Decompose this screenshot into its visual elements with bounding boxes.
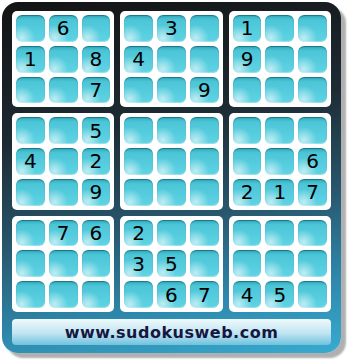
cell-r2c1[interactable]: 1 xyxy=(16,46,45,73)
sudoku-box-8: 23567 xyxy=(120,216,222,312)
cell-r4c8[interactable] xyxy=(265,117,294,144)
cell-r5c6[interactable] xyxy=(190,148,219,175)
cell-r5c8[interactable] xyxy=(265,148,294,175)
cell-r1c6[interactable] xyxy=(190,15,219,42)
cell-r8c5[interactable]: 5 xyxy=(157,250,186,277)
cell-r2c3[interactable]: 8 xyxy=(82,46,111,73)
cell-r9c8[interactable]: 5 xyxy=(265,281,294,308)
cell-r8c4[interactable]: 3 xyxy=(124,250,153,277)
cell-r8c9[interactable] xyxy=(298,250,327,277)
cell-r7c7[interactable] xyxy=(233,220,262,247)
cell-r7c6[interactable] xyxy=(190,220,219,247)
cell-r8c3[interactable] xyxy=(82,250,111,277)
sudoku-box-7: 76 xyxy=(12,216,114,312)
cell-r4c7[interactable] xyxy=(233,117,262,144)
cell-r9c3[interactable] xyxy=(82,281,111,308)
cell-r2c6[interactable] xyxy=(190,46,219,73)
cell-r3c5[interactable] xyxy=(157,77,186,104)
cell-r7c5[interactable] xyxy=(157,220,186,247)
sudoku-box-5 xyxy=(120,113,222,209)
website-link[interactable]: www.sudokusweb.com xyxy=(65,323,279,342)
cell-r6c9[interactable]: 7 xyxy=(298,179,327,206)
cell-r6c5[interactable] xyxy=(157,179,186,206)
cell-r3c8[interactable] xyxy=(265,77,294,104)
cell-r2c5[interactable] xyxy=(157,46,186,73)
sudoku-box-2: 349 xyxy=(120,11,222,107)
cell-r1c8[interactable] xyxy=(265,15,294,42)
cell-r6c2[interactable] xyxy=(49,179,78,206)
cell-r5c3[interactable]: 2 xyxy=(82,148,111,175)
cell-r5c7[interactable] xyxy=(233,148,262,175)
cell-r7c9[interactable] xyxy=(298,220,327,247)
cell-r1c5[interactable]: 3 xyxy=(157,15,186,42)
cell-r8c2[interactable] xyxy=(49,250,78,277)
cell-r7c4[interactable]: 2 xyxy=(124,220,153,247)
cell-r2c9[interactable] xyxy=(298,46,327,73)
cell-r5c5[interactable] xyxy=(157,148,186,175)
cell-r7c2[interactable]: 7 xyxy=(49,220,78,247)
cell-r7c3[interactable]: 6 xyxy=(82,220,111,247)
cell-r2c8[interactable] xyxy=(265,46,294,73)
cell-r5c2[interactable] xyxy=(49,148,78,175)
cell-r2c7[interactable]: 9 xyxy=(233,46,262,73)
cell-r4c5[interactable] xyxy=(157,117,186,144)
cell-r4c3[interactable]: 5 xyxy=(82,117,111,144)
cell-r4c4[interactable] xyxy=(124,117,153,144)
cell-r4c6[interactable] xyxy=(190,117,219,144)
cell-r5c1[interactable]: 4 xyxy=(16,148,45,175)
cell-r9c2[interactable] xyxy=(49,281,78,308)
cell-r3c9[interactable] xyxy=(298,77,327,104)
cell-r3c7[interactable] xyxy=(233,77,262,104)
cell-r3c4[interactable] xyxy=(124,77,153,104)
cell-r7c8[interactable] xyxy=(265,220,294,247)
cell-r6c4[interactable] xyxy=(124,179,153,206)
cell-r8c1[interactable] xyxy=(16,250,45,277)
cell-r1c3[interactable] xyxy=(82,15,111,42)
cell-r3c3[interactable]: 7 xyxy=(82,77,111,104)
cell-r7c1[interactable] xyxy=(16,220,45,247)
sudoku-frame: 61873491954296217762356745 www.sudokuswe… xyxy=(2,2,341,353)
cell-r1c9[interactable] xyxy=(298,15,327,42)
footer-banner: www.sudokusweb.com xyxy=(12,319,331,345)
cell-r9c4[interactable] xyxy=(124,281,153,308)
cell-r9c1[interactable] xyxy=(16,281,45,308)
cell-r4c2[interactable] xyxy=(49,117,78,144)
cell-r6c1[interactable] xyxy=(16,179,45,206)
cell-r9c9[interactable] xyxy=(298,281,327,308)
cell-r9c5[interactable]: 6 xyxy=(157,281,186,308)
cell-r4c9[interactable] xyxy=(298,117,327,144)
sudoku-box-9: 45 xyxy=(229,216,331,312)
cell-r1c2[interactable]: 6 xyxy=(49,15,78,42)
cell-r3c1[interactable] xyxy=(16,77,45,104)
cell-r2c2[interactable] xyxy=(49,46,78,73)
cell-r8c6[interactable] xyxy=(190,250,219,277)
cell-r3c2[interactable] xyxy=(49,77,78,104)
cell-r9c7[interactable]: 4 xyxy=(233,281,262,308)
cell-r1c4[interactable] xyxy=(124,15,153,42)
sudoku-board: 61873491954296217762356745 xyxy=(12,11,331,312)
cell-r5c9[interactable]: 6 xyxy=(298,148,327,175)
sudoku-box-1: 6187 xyxy=(12,11,114,107)
cell-r6c7[interactable]: 2 xyxy=(233,179,262,206)
cell-r2c4[interactable]: 4 xyxy=(124,46,153,73)
sudoku-box-6: 6217 xyxy=(229,113,331,209)
cell-r1c7[interactable]: 1 xyxy=(233,15,262,42)
cell-r8c8[interactable] xyxy=(265,250,294,277)
cell-r6c3[interactable]: 9 xyxy=(82,179,111,206)
cell-r1c1[interactable] xyxy=(16,15,45,42)
sudoku-box-4: 5429 xyxy=(12,113,114,209)
sudoku-box-3: 19 xyxy=(229,11,331,107)
cell-r6c6[interactable] xyxy=(190,179,219,206)
cell-r4c1[interactable] xyxy=(16,117,45,144)
cell-r5c4[interactable] xyxy=(124,148,153,175)
cell-r3c6[interactable]: 9 xyxy=(190,77,219,104)
cell-r6c8[interactable]: 1 xyxy=(265,179,294,206)
cell-r9c6[interactable]: 7 xyxy=(190,281,219,308)
cell-r8c7[interactable] xyxy=(233,250,262,277)
